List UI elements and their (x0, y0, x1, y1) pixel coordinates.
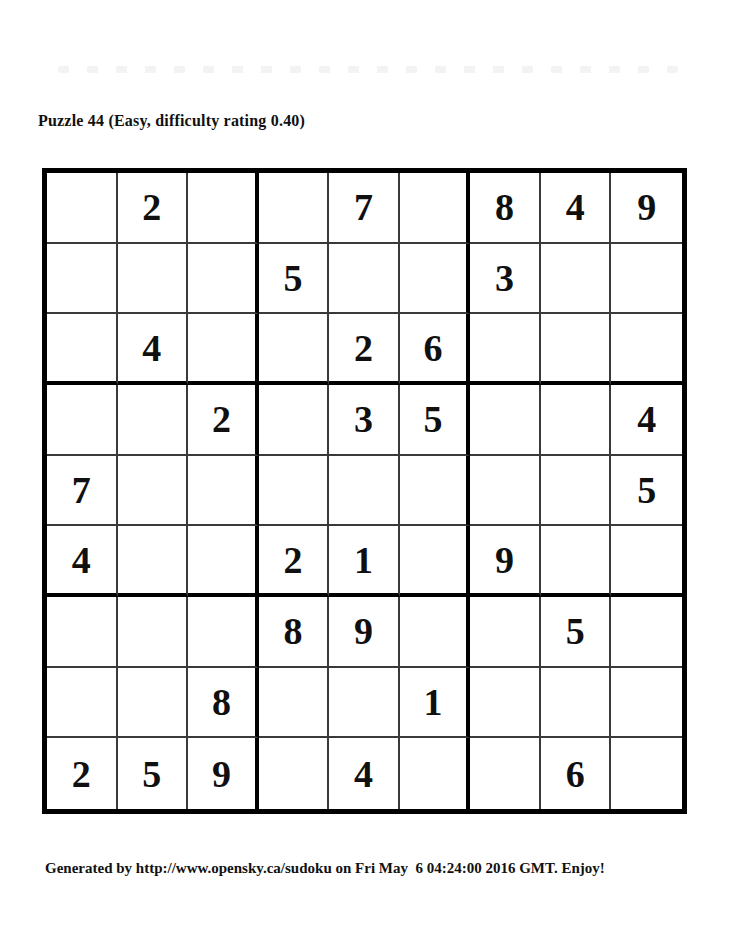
cell-r3c9[interactable] (611, 314, 682, 385)
cell-r7c8: 5 (541, 597, 612, 668)
cell-r7c6[interactable] (400, 597, 471, 668)
cell-r8c8[interactable] (541, 668, 612, 739)
cell-r7c1[interactable] (47, 597, 118, 668)
cell-r9c1: 2 (47, 738, 118, 809)
scan-artifact-strip (58, 66, 678, 73)
cell-r3c3[interactable] (188, 314, 259, 385)
cell-r5c6[interactable] (400, 456, 471, 527)
cell-r5c4[interactable] (259, 456, 330, 527)
cell-r9c4[interactable] (259, 738, 330, 809)
cell-r1c6[interactable] (400, 173, 471, 244)
cell-r8c7[interactable] (470, 668, 541, 739)
cell-r2c6[interactable] (400, 244, 471, 315)
cell-r1c9: 9 (611, 173, 682, 244)
cell-r1c3[interactable] (188, 173, 259, 244)
cell-r2c9[interactable] (611, 244, 682, 315)
cell-r4c3: 2 (188, 385, 259, 456)
cell-r5c7[interactable] (470, 456, 541, 527)
cell-r4c9: 4 (611, 385, 682, 456)
cell-r6c2[interactable] (118, 526, 189, 597)
cell-r1c2: 2 (118, 173, 189, 244)
cell-r4c7[interactable] (470, 385, 541, 456)
cell-r4c2[interactable] (118, 385, 189, 456)
cell-r4c1[interactable] (47, 385, 118, 456)
cell-r5c8[interactable] (541, 456, 612, 527)
cell-r2c8[interactable] (541, 244, 612, 315)
cell-r6c3[interactable] (188, 526, 259, 597)
cell-r2c4: 5 (259, 244, 330, 315)
cell-r9c6[interactable] (400, 738, 471, 809)
cell-r2c3[interactable] (188, 244, 259, 315)
cell-r4c8[interactable] (541, 385, 612, 456)
cell-r6c9[interactable] (611, 526, 682, 597)
cell-r3c4[interactable] (259, 314, 330, 385)
cell-r3c5: 2 (329, 314, 400, 385)
cell-r5c9: 5 (611, 456, 682, 527)
sudoku-board: 278495342623547542198958125946 (42, 168, 687, 814)
sudoku-printout-page: Puzzle 44 (Easy, difficulty rating 0.40)… (0, 0, 730, 944)
cell-r5c3[interactable] (188, 456, 259, 527)
cell-r7c4: 8 (259, 597, 330, 668)
cell-r5c5[interactable] (329, 456, 400, 527)
cell-r9c2: 5 (118, 738, 189, 809)
cell-r5c1: 7 (47, 456, 118, 527)
cell-r7c3[interactable] (188, 597, 259, 668)
cell-r8c4[interactable] (259, 668, 330, 739)
cell-r8c3: 8 (188, 668, 259, 739)
cell-r3c1[interactable] (47, 314, 118, 385)
cell-r8c2[interactable] (118, 668, 189, 739)
cell-r8c5[interactable] (329, 668, 400, 739)
cell-r7c9[interactable] (611, 597, 682, 668)
cell-r6c6[interactable] (400, 526, 471, 597)
cell-r3c7[interactable] (470, 314, 541, 385)
cell-r2c2[interactable] (118, 244, 189, 315)
footer-credit: Generated by http://www.opensky.ca/sudok… (45, 860, 605, 877)
cell-r9c3: 9 (188, 738, 259, 809)
cell-r6c8[interactable] (541, 526, 612, 597)
cell-r9c9[interactable] (611, 738, 682, 809)
cell-r4c4[interactable] (259, 385, 330, 456)
puzzle-title: Puzzle 44 (Easy, difficulty rating 0.40) (38, 112, 305, 130)
cell-r7c2[interactable] (118, 597, 189, 668)
cell-r8c1[interactable] (47, 668, 118, 739)
cell-r8c9[interactable] (611, 668, 682, 739)
cell-r9c8: 6 (541, 738, 612, 809)
cell-r4c6: 5 (400, 385, 471, 456)
cell-r2c1[interactable] (47, 244, 118, 315)
cell-r2c7: 3 (470, 244, 541, 315)
cell-r3c2: 4 (118, 314, 189, 385)
cell-r7c5: 9 (329, 597, 400, 668)
cell-r7c7[interactable] (470, 597, 541, 668)
cell-r3c6: 6 (400, 314, 471, 385)
cell-r1c7: 8 (470, 173, 541, 244)
cell-r9c7[interactable] (470, 738, 541, 809)
cell-r3c8[interactable] (541, 314, 612, 385)
cell-r1c5: 7 (329, 173, 400, 244)
cell-r6c5: 1 (329, 526, 400, 597)
cell-r1c8: 4 (541, 173, 612, 244)
cell-r1c1[interactable] (47, 173, 118, 244)
cell-r6c1: 4 (47, 526, 118, 597)
cell-r6c7: 9 (470, 526, 541, 597)
cell-r6c4: 2 (259, 526, 330, 597)
cell-r5c2[interactable] (118, 456, 189, 527)
cell-r2c5[interactable] (329, 244, 400, 315)
cell-r4c5: 3 (329, 385, 400, 456)
cell-r1c4[interactable] (259, 173, 330, 244)
cell-r9c5: 4 (329, 738, 400, 809)
cell-r8c6: 1 (400, 668, 471, 739)
